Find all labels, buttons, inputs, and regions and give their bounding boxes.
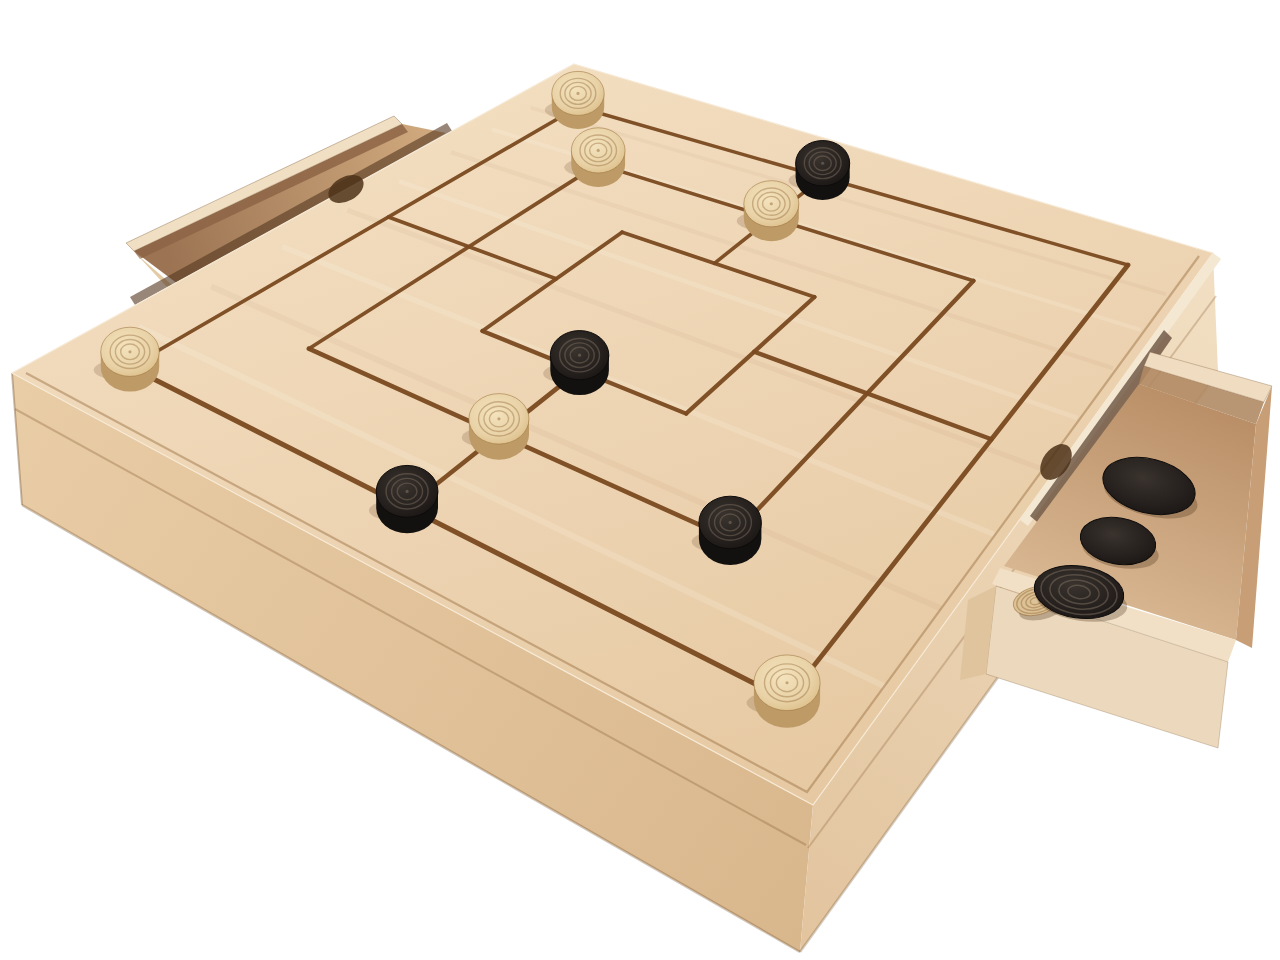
piece-center-dot bbox=[821, 162, 824, 165]
piece-center-dot bbox=[770, 202, 773, 205]
piece-center-dot bbox=[785, 681, 788, 684]
morris-board-photo bbox=[0, 0, 1280, 960]
piece-center-dot bbox=[576, 92, 579, 95]
piece-center-dot bbox=[405, 490, 408, 493]
piece-center-dot bbox=[729, 521, 732, 524]
piece-center-dot bbox=[128, 350, 131, 353]
product-photo bbox=[0, 0, 1280, 960]
piece-center-dot bbox=[497, 417, 500, 420]
piece-center-dot bbox=[597, 149, 600, 152]
piece-center-dot bbox=[578, 354, 581, 357]
